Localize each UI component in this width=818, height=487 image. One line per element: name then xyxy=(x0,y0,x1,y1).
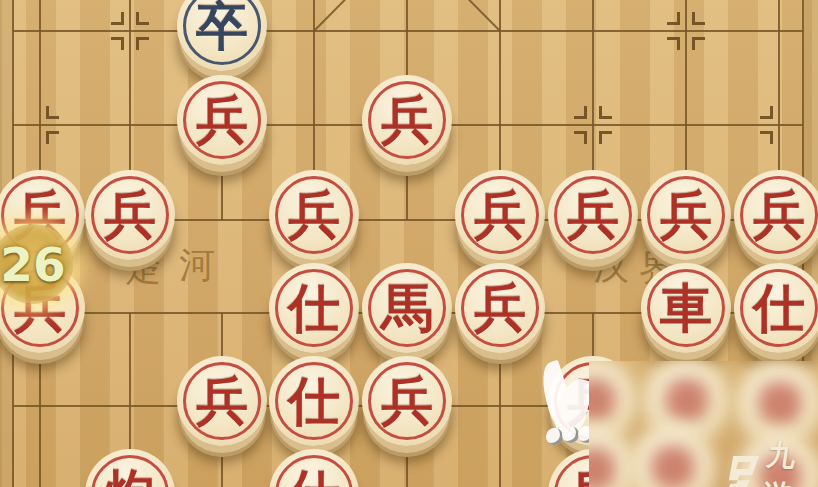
red-piece-g4[interactable]: 兵 xyxy=(548,170,638,260)
red-piece-i5[interactable]: 仕 xyxy=(734,263,818,353)
point-marker xyxy=(136,37,149,50)
red-piece-b4[interactable]: 兵 xyxy=(85,170,175,260)
blurred-glyph-blob xyxy=(652,446,694,487)
piece-glyph: 兵 xyxy=(288,189,340,241)
piece-glyph: 仕 xyxy=(288,282,340,334)
piece-glyph: 兵 xyxy=(381,375,433,427)
red-piece-f4[interactable]: 兵 xyxy=(455,170,545,260)
red-piece-c6[interactable]: 兵 xyxy=(177,356,267,446)
piece-glyph: 仕 xyxy=(288,468,340,487)
piece-glyph: 車 xyxy=(660,282,712,334)
piece-glyph: 炮 xyxy=(104,468,156,487)
jiuyou-9-icon xyxy=(723,451,761,487)
piece-glyph: 兵 xyxy=(196,94,248,146)
piece-glyph: 兵 xyxy=(196,375,248,427)
piece-glyph: 仕 xyxy=(288,375,340,427)
piece-glyph: 兵 xyxy=(660,189,712,241)
blurred-glyph-blob xyxy=(589,448,615,487)
river-label: 河 xyxy=(179,241,215,290)
point-marker xyxy=(692,12,705,25)
point-marker xyxy=(760,131,773,144)
move-counter-value: 26 xyxy=(0,237,65,292)
jiuyou-watermark: 九游 xyxy=(723,436,818,487)
red-piece-e6[interactable]: 兵 xyxy=(362,356,452,446)
point-marker xyxy=(574,106,587,119)
piece-glyph: 兵 xyxy=(567,189,619,241)
red-piece-h5[interactable]: 車 xyxy=(641,263,731,353)
red-piece-h4[interactable]: 兵 xyxy=(641,170,731,260)
red-piece-d4[interactable]: 兵 xyxy=(269,170,359,260)
point-marker xyxy=(136,12,149,25)
point-marker xyxy=(599,131,612,144)
piece-glyph: 卒 xyxy=(196,0,248,52)
point-marker xyxy=(599,106,612,119)
piece-glyph: 兵 xyxy=(474,282,526,334)
red-piece-i4[interactable]: 兵 xyxy=(734,170,818,260)
red-piece-d5[interactable]: 仕 xyxy=(269,263,359,353)
point-marker xyxy=(667,12,680,25)
blurred-glyph-blob xyxy=(666,379,708,421)
point-marker xyxy=(46,106,59,119)
jiuyou-brand-text: 九游 xyxy=(759,436,818,487)
point-marker xyxy=(574,131,587,144)
mascot-eye-icon xyxy=(546,428,563,445)
point-marker xyxy=(111,12,124,25)
blurred-glyph-blob xyxy=(759,382,801,424)
red-piece-e3[interactable]: 兵 xyxy=(362,75,452,165)
point-marker xyxy=(692,37,705,50)
red-piece-f5[interactable]: 兵 xyxy=(455,263,545,353)
red-piece-e5[interactable]: 馬 xyxy=(362,263,452,353)
point-marker xyxy=(667,37,680,50)
watermark-mascot-icon xyxy=(538,360,596,462)
piece-glyph: 兵 xyxy=(474,189,526,241)
piece-glyph: 兵 xyxy=(104,189,156,241)
point-marker xyxy=(760,106,773,119)
piece-glyph: 馬 xyxy=(381,282,433,334)
point-marker xyxy=(46,131,59,144)
mascot-eye-icon xyxy=(562,426,579,443)
xiangqi-board[interactable]: 楚河汉界 卒兵兵兵兵兵兵兵兵兵兵仕馬兵車仕兵仕兵兵炮仕兵 26 九游 xyxy=(0,0,818,487)
red-piece-d6[interactable]: 仕 xyxy=(269,356,359,446)
piece-glyph: 兵 xyxy=(381,94,433,146)
piece-glyph: 仕 xyxy=(753,282,805,334)
piece-glyph: 兵 xyxy=(753,189,805,241)
red-piece-c3[interactable]: 兵 xyxy=(177,75,267,165)
point-marker xyxy=(111,37,124,50)
blurred-glyph-blob xyxy=(589,379,615,421)
